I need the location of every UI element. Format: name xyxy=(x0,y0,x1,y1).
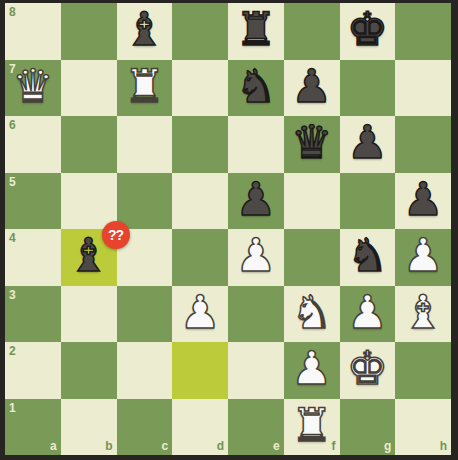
white-bishop-icon[interactable]: ♝ xyxy=(395,284,451,341)
square-g4[interactable]: ♞ xyxy=(340,229,396,286)
square-f8[interactable] xyxy=(284,3,340,60)
rank-label-1: 1 xyxy=(9,402,16,414)
square-h5[interactable]: ♟ xyxy=(395,173,451,230)
black-pawn-icon[interactable]: ♟ xyxy=(395,171,451,228)
rank-label-6: 6 xyxy=(9,119,16,131)
square-c3[interactable] xyxy=(117,286,173,343)
square-c1[interactable]: c xyxy=(117,399,173,456)
chess-board: 8♝♜♚7♛♜♞♟6♛♟5♟♟4♝??♟♞♟3♟♞♟♝2♟♚1abcdef♜gh xyxy=(5,3,451,455)
square-f2[interactable]: ♟ xyxy=(284,342,340,399)
square-g3[interactable]: ♟ xyxy=(340,286,396,343)
square-d4[interactable] xyxy=(172,229,228,286)
square-f7[interactable]: ♟ xyxy=(284,60,340,117)
square-c7[interactable]: ♜ xyxy=(117,60,173,117)
black-pawn-icon[interactable]: ♟ xyxy=(284,58,340,115)
square-c8[interactable]: ♝ xyxy=(117,3,173,60)
square-h7[interactable] xyxy=(395,60,451,117)
square-b6[interactable] xyxy=(61,116,117,173)
black-king-icon[interactable]: ♚ xyxy=(340,1,396,58)
square-f1[interactable]: f♜ xyxy=(284,399,340,456)
square-b4[interactable]: ♝?? xyxy=(61,229,117,286)
square-d1[interactable]: d xyxy=(172,399,228,456)
file-label-f: f xyxy=(332,440,336,452)
white-pawn-icon[interactable]: ♟ xyxy=(340,284,396,341)
square-e2[interactable] xyxy=(228,342,284,399)
square-h6[interactable] xyxy=(395,116,451,173)
square-e7[interactable]: ♞ xyxy=(228,60,284,117)
app-background: 8♝♜♚7♛♜♞♟6♛♟5♟♟4♝??♟♞♟3♟♞♟♝2♟♚1abcdef♜gh xyxy=(0,0,458,460)
rank-label-8: 8 xyxy=(9,6,16,18)
file-label-g: g xyxy=(384,440,391,452)
square-g2[interactable]: ♚ xyxy=(340,342,396,399)
square-g7[interactable] xyxy=(340,60,396,117)
square-f6[interactable]: ♛ xyxy=(284,116,340,173)
square-a6[interactable]: 6 xyxy=(5,116,61,173)
square-d6[interactable] xyxy=(172,116,228,173)
rank-label-5: 5 xyxy=(9,176,16,188)
rank-label-7: 7 xyxy=(9,63,16,75)
black-bishop-icon[interactable]: ♝ xyxy=(117,1,173,58)
white-king-icon[interactable]: ♚ xyxy=(340,340,396,397)
square-a2[interactable]: 2 xyxy=(5,342,61,399)
square-e4[interactable]: ♟ xyxy=(228,229,284,286)
square-g1[interactable]: g xyxy=(340,399,396,456)
square-e8[interactable]: ♜ xyxy=(228,3,284,60)
white-pawn-icon[interactable]: ♟ xyxy=(395,227,451,284)
square-b7[interactable] xyxy=(61,60,117,117)
square-a4[interactable]: 4 xyxy=(5,229,61,286)
square-g5[interactable] xyxy=(340,173,396,230)
square-a1[interactable]: 1a xyxy=(5,399,61,456)
square-c2[interactable] xyxy=(117,342,173,399)
square-h3[interactable]: ♝ xyxy=(395,286,451,343)
white-rook-icon[interactable]: ♜ xyxy=(117,58,173,115)
rank-label-3: 3 xyxy=(9,289,16,301)
square-b3[interactable] xyxy=(61,286,117,343)
square-a7[interactable]: 7♛ xyxy=(5,60,61,117)
square-e5[interactable]: ♟ xyxy=(228,173,284,230)
rank-label-4: 4 xyxy=(9,232,16,244)
square-e6[interactable] xyxy=(228,116,284,173)
white-pawn-icon[interactable]: ♟ xyxy=(228,227,284,284)
square-d2[interactable] xyxy=(172,342,228,399)
square-f4[interactable] xyxy=(284,229,340,286)
square-d3[interactable]: ♟ xyxy=(172,286,228,343)
square-c5[interactable] xyxy=(117,173,173,230)
square-d7[interactable] xyxy=(172,60,228,117)
black-queen-icon[interactable]: ♛ xyxy=(284,114,340,171)
blunder-badge: ?? xyxy=(102,221,130,249)
file-label-a: a xyxy=(50,440,57,452)
square-c6[interactable] xyxy=(117,116,173,173)
square-a3[interactable]: 3 xyxy=(5,286,61,343)
square-b1[interactable]: b xyxy=(61,399,117,456)
square-h2[interactable] xyxy=(395,342,451,399)
square-h1[interactable]: h xyxy=(395,399,451,456)
black-pawn-icon[interactable]: ♟ xyxy=(228,171,284,228)
square-b5[interactable] xyxy=(61,173,117,230)
rank-label-2: 2 xyxy=(9,345,16,357)
file-label-e: e xyxy=(273,440,280,452)
black-knight-icon[interactable]: ♞ xyxy=(340,227,396,284)
white-pawn-icon[interactable]: ♟ xyxy=(172,284,228,341)
black-pawn-icon[interactable]: ♟ xyxy=(340,114,396,171)
square-h4[interactable]: ♟ xyxy=(395,229,451,286)
black-rook-icon[interactable]: ♜ xyxy=(228,1,284,58)
square-d5[interactable] xyxy=(172,173,228,230)
white-pawn-icon[interactable]: ♟ xyxy=(284,340,340,397)
square-e3[interactable] xyxy=(228,286,284,343)
black-knight-icon[interactable]: ♞ xyxy=(228,58,284,115)
square-f3[interactable]: ♞ xyxy=(284,286,340,343)
file-label-h: h xyxy=(440,440,447,452)
square-h8[interactable] xyxy=(395,3,451,60)
file-label-d: d xyxy=(217,440,224,452)
square-b8[interactable] xyxy=(61,3,117,60)
square-a8[interactable]: 8 xyxy=(5,3,61,60)
square-g8[interactable]: ♚ xyxy=(340,3,396,60)
square-d8[interactable] xyxy=(172,3,228,60)
square-e1[interactable]: e xyxy=(228,399,284,456)
white-knight-icon[interactable]: ♞ xyxy=(284,284,340,341)
file-label-c: c xyxy=(162,440,169,452)
square-f5[interactable] xyxy=(284,173,340,230)
square-b2[interactable] xyxy=(61,342,117,399)
square-a5[interactable]: 5 xyxy=(5,173,61,230)
file-label-b: b xyxy=(105,440,112,452)
square-g6[interactable]: ♟ xyxy=(340,116,396,173)
